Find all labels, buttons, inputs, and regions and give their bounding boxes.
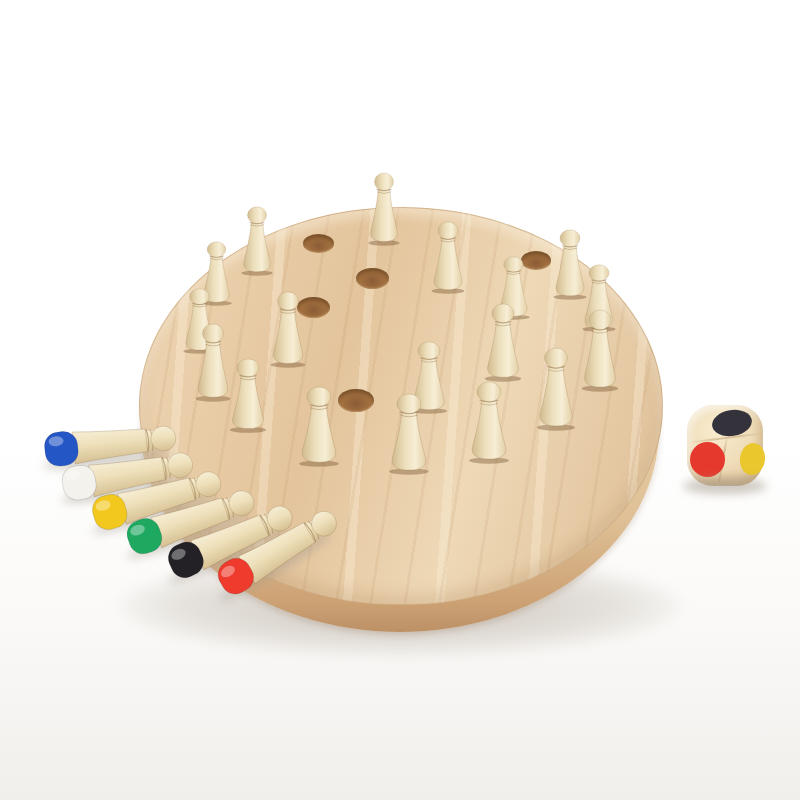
standing-peg[interactable] [365, 172, 403, 246]
die-dot-red [690, 442, 725, 477]
standing-peg[interactable] [481, 303, 525, 382]
standing-peg[interactable] [238, 206, 276, 276]
scene [0, 0, 800, 800]
board-hole[interactable] [356, 268, 389, 289]
color-die[interactable] [687, 405, 763, 486]
board-hole[interactable] [338, 389, 374, 412]
board-hole[interactable] [303, 234, 334, 253]
die-dot-black [710, 407, 754, 439]
standing-peg[interactable] [533, 347, 579, 431]
standing-peg[interactable] [226, 358, 270, 433]
standing-peg[interactable] [295, 386, 343, 467]
die-shadow [683, 478, 767, 494]
standing-peg[interactable] [578, 309, 622, 392]
standing-peg[interactable] [385, 393, 433, 475]
standing-peg[interactable] [465, 381, 513, 464]
standing-peg[interactable] [267, 291, 309, 368]
board-layer [0, 0, 800, 800]
standing-peg[interactable] [428, 221, 468, 294]
